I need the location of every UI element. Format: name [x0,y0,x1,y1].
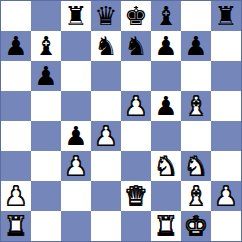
white-pawn[interactable]: ♟ [214,183,237,209]
square-g7[interactable]: ♟ [181,31,211,61]
square-d1[interactable] [91,211,121,241]
square-c6[interactable] [61,61,91,91]
white-knight[interactable]: ♞ [184,153,207,179]
square-d6[interactable] [91,61,121,91]
black-knight[interactable]: ♞ [94,33,117,59]
square-e2[interactable]: ♛ [121,181,151,211]
square-e5[interactable]: ♟ [121,91,151,121]
white-queen[interactable]: ♛ [124,183,147,209]
white-rook[interactable]: ♜ [154,213,177,239]
square-f8[interactable]: ♝ [151,1,181,31]
white-pawn[interactable]: ♟ [64,153,87,179]
square-f1[interactable]: ♜ [151,211,181,241]
square-g5[interactable]: ♝ [181,91,211,121]
square-b1[interactable] [31,211,61,241]
square-g8[interactable] [181,1,211,31]
square-b4[interactable] [31,121,61,151]
black-rook[interactable]: ♜ [214,3,237,29]
black-pawn[interactable]: ♟ [184,33,207,59]
square-h7[interactable] [211,31,241,61]
square-b5[interactable] [31,91,61,121]
white-knight[interactable]: ♞ [154,153,177,179]
black-queen[interactable]: ♛ [94,3,117,29]
square-h3[interactable] [211,151,241,181]
square-d3[interactable] [91,151,121,181]
square-f3[interactable]: ♞ [151,151,181,181]
square-a7[interactable]: ♟ [1,31,31,61]
square-b8[interactable] [31,1,61,31]
square-h1[interactable] [211,211,241,241]
square-e1[interactable] [121,211,151,241]
square-f6[interactable] [151,61,181,91]
black-pawn[interactable]: ♟ [4,33,27,59]
chess-board: ♜♛♚♝♜♟♝♞♞♟♟♟♟♟♝♟♟♟♞♞♟♛♝♟♜♜♚ [0,0,242,242]
square-d4[interactable]: ♟ [91,121,121,151]
square-h4[interactable] [211,121,241,151]
square-e4[interactable] [121,121,151,151]
square-d2[interactable] [91,181,121,211]
square-a1[interactable]: ♜ [1,211,31,241]
square-d5[interactable] [91,91,121,121]
square-c2[interactable] [61,181,91,211]
square-b3[interactable] [31,151,61,181]
square-a5[interactable] [1,91,31,121]
black-knight[interactable]: ♞ [124,33,147,59]
black-king[interactable]: ♚ [124,3,147,29]
square-g2[interactable]: ♝ [181,181,211,211]
white-pawn[interactable]: ♟ [124,93,147,119]
white-bishop[interactable]: ♝ [184,93,207,119]
square-h6[interactable] [211,61,241,91]
square-f2[interactable] [151,181,181,211]
square-c3[interactable]: ♟ [61,151,91,181]
square-f5[interactable]: ♟ [151,91,181,121]
square-b2[interactable] [31,181,61,211]
square-g1[interactable]: ♚ [181,211,211,241]
white-pawn[interactable]: ♟ [4,183,27,209]
square-g6[interactable] [181,61,211,91]
black-bishop[interactable]: ♝ [34,33,57,59]
square-c1[interactable] [61,211,91,241]
square-b6[interactable]: ♟ [31,61,61,91]
black-pawn[interactable]: ♟ [154,33,177,59]
square-e8[interactable]: ♚ [121,1,151,31]
white-king[interactable]: ♚ [184,213,207,239]
square-a6[interactable] [1,61,31,91]
square-c7[interactable] [61,31,91,61]
square-e6[interactable] [121,61,151,91]
white-rook[interactable]: ♜ [4,213,27,239]
square-e7[interactable]: ♞ [121,31,151,61]
square-g3[interactable]: ♞ [181,151,211,181]
white-bishop[interactable]: ♝ [184,183,207,209]
square-f7[interactable]: ♟ [151,31,181,61]
square-d8[interactable]: ♛ [91,1,121,31]
square-e3[interactable] [121,151,151,181]
square-h2[interactable]: ♟ [211,181,241,211]
square-c5[interactable] [61,91,91,121]
black-bishop[interactable]: ♝ [154,3,177,29]
square-a4[interactable] [1,121,31,151]
black-rook[interactable]: ♜ [64,3,87,29]
square-f4[interactable] [151,121,181,151]
square-a2[interactable]: ♟ [1,181,31,211]
square-b7[interactable]: ♝ [31,31,61,61]
black-pawn[interactable]: ♟ [154,93,177,119]
square-d7[interactable]: ♞ [91,31,121,61]
white-pawn[interactable]: ♟ [94,123,117,149]
black-pawn[interactable]: ♟ [64,123,87,149]
square-c8[interactable]: ♜ [61,1,91,31]
square-a8[interactable] [1,1,31,31]
square-h5[interactable] [211,91,241,121]
black-pawn[interactable]: ♟ [34,63,57,89]
square-c4[interactable]: ♟ [61,121,91,151]
square-h8[interactable]: ♜ [211,1,241,31]
square-g4[interactable] [181,121,211,151]
square-a3[interactable] [1,151,31,181]
